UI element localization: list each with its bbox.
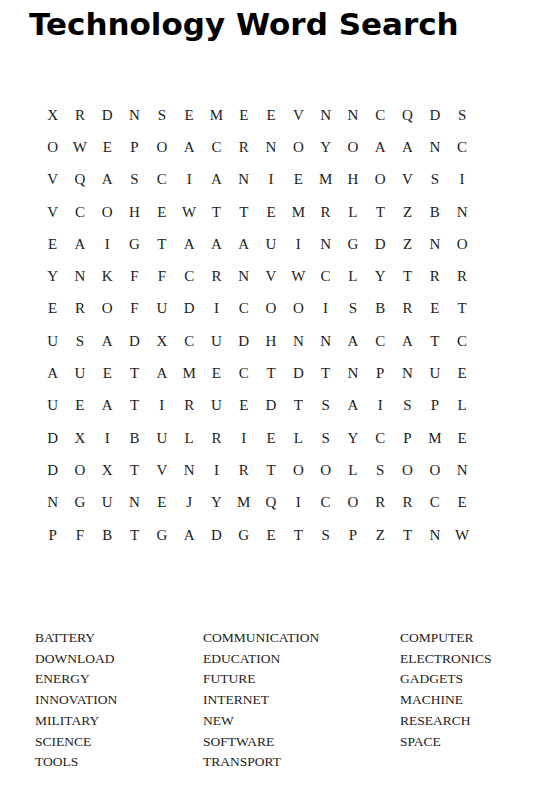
grid-cell-r7c11[interactable]: I bbox=[312, 293, 339, 325]
grid-cell-r13c16[interactable]: E bbox=[448, 487, 475, 519]
grid-cell-r7c7[interactable]: I bbox=[203, 293, 230, 325]
grid-cell-r6c13[interactable]: Y bbox=[367, 260, 394, 292]
grid-cell-r9c8[interactable]: C bbox=[230, 357, 257, 389]
grid-cell-r10c12[interactable]: A bbox=[339, 390, 366, 422]
grid-cell-r12c3[interactable]: X bbox=[94, 454, 121, 486]
grid-cell-r5c8[interactable]: A bbox=[230, 228, 257, 260]
grid-cell-r7c9[interactable]: O bbox=[257, 293, 284, 325]
grid-cell-r4c7[interactable]: T bbox=[203, 196, 230, 228]
grid-cell-r4c5[interactable]: E bbox=[148, 196, 175, 228]
grid-cell-r3c3[interactable]: A bbox=[94, 164, 121, 196]
grid-cell-r6c11[interactable]: C bbox=[312, 260, 339, 292]
grid-cell-r7c3[interactable]: O bbox=[94, 293, 121, 325]
grid-cell-r2c1[interactable]: O bbox=[39, 131, 66, 163]
grid-cell-r4c12[interactable]: L bbox=[339, 196, 366, 228]
grid-cell-r14c16[interactable]: W bbox=[448, 519, 475, 551]
grid-cell-r11c10[interactable]: L bbox=[285, 422, 312, 454]
word-item-gadgets: GADGETS bbox=[400, 669, 492, 690]
grid-cell-r8c16[interactable]: C bbox=[448, 325, 475, 357]
grid-cell-r12c10[interactable]: O bbox=[285, 454, 312, 486]
grid-cell-r13c7[interactable]: Y bbox=[203, 487, 230, 519]
grid-cell-r11c12[interactable]: Y bbox=[339, 422, 366, 454]
word-list: BATTERYDOWNLOADENERGYINNOVATIONMILITARYS… bbox=[0, 628, 553, 778]
grid-cell-r10c7[interactable]: U bbox=[203, 390, 230, 422]
grid-cell-r14c14[interactable]: T bbox=[394, 519, 421, 551]
grid-cell-r10c6[interactable]: R bbox=[175, 390, 202, 422]
grid-cell-r4c2[interactable]: C bbox=[66, 196, 93, 228]
grid-cell-r14c11[interactable]: S bbox=[312, 519, 339, 551]
grid-cell-r10c16[interactable]: L bbox=[448, 390, 475, 422]
grid-cell-r2c10[interactable]: O bbox=[285, 131, 312, 163]
grid-cell-r12c15[interactable]: O bbox=[421, 454, 448, 486]
grid-cell-r3c5[interactable]: C bbox=[148, 164, 175, 196]
grid-cell-r13c3[interactable]: U bbox=[94, 487, 121, 519]
grid-cell-r12c6[interactable]: N bbox=[175, 454, 202, 486]
grid-cell-r3c12[interactable]: H bbox=[339, 164, 366, 196]
grid-cell-r2c11[interactable]: Y bbox=[312, 131, 339, 163]
grid-cell-r11c1[interactable]: D bbox=[39, 422, 66, 454]
grid-cell-r11c11[interactable]: S bbox=[312, 422, 339, 454]
word-item-machine: MACHINE bbox=[400, 690, 492, 711]
grid-cell-r11c9[interactable]: E bbox=[257, 422, 284, 454]
grid-cell-r1c7[interactable]: M bbox=[203, 99, 230, 131]
grid-cell-r4c3[interactable]: O bbox=[94, 196, 121, 228]
page-title: Technology Word Search bbox=[29, 6, 459, 42]
grid-cell-r9c1[interactable]: A bbox=[39, 357, 66, 389]
grid-cell-r6c10[interactable]: W bbox=[285, 260, 312, 292]
grid-cell-r1c9[interactable]: E bbox=[257, 99, 284, 131]
grid-cell-r12c8[interactable]: R bbox=[230, 454, 257, 486]
grid-cell-r4c11[interactable]: R bbox=[312, 196, 339, 228]
grid-cell-r5c7[interactable]: A bbox=[203, 228, 230, 260]
grid-cell-r5c5[interactable]: T bbox=[148, 228, 175, 260]
grid-cell-r10c15[interactable]: P bbox=[421, 390, 448, 422]
grid-cell-r2c5[interactable]: O bbox=[148, 131, 175, 163]
grid-cell-r4c9[interactable]: E bbox=[257, 196, 284, 228]
grid-cell-r9c16[interactable]: E bbox=[448, 357, 475, 389]
grid-cell-r5c13[interactable]: D bbox=[367, 228, 394, 260]
grid-cell-r9c12[interactable]: N bbox=[339, 357, 366, 389]
grid-cell-r6c1[interactable]: Y bbox=[39, 260, 66, 292]
grid-cell-r2c6[interactable]: A bbox=[175, 131, 202, 163]
grid-cell-r1c1[interactable]: X bbox=[39, 99, 66, 131]
grid-cell-r2c4[interactable]: P bbox=[121, 131, 148, 163]
grid-cell-r7c5[interactable]: U bbox=[148, 293, 175, 325]
word-item-innovation: INNOVATION bbox=[35, 690, 117, 711]
word-item-military: MILITARY bbox=[35, 711, 117, 732]
grid-cell-r11c15[interactable]: M bbox=[421, 422, 448, 454]
grid-cell-r5c12[interactable]: G bbox=[339, 228, 366, 260]
grid-cell-r5c14[interactable]: Z bbox=[394, 228, 421, 260]
grid-cell-r12c13[interactable]: S bbox=[367, 454, 394, 486]
grid-cell-r5c6[interactable]: A bbox=[175, 228, 202, 260]
grid-cell-r13c12[interactable]: O bbox=[339, 487, 366, 519]
grid-cell-r8c13[interactable]: C bbox=[367, 325, 394, 357]
grid-cell-r10c11[interactable]: S bbox=[312, 390, 339, 422]
grid-cell-r11c8[interactable]: I bbox=[230, 422, 257, 454]
grid-cell-r1c10[interactable]: V bbox=[285, 99, 312, 131]
grid-cell-r3c7[interactable]: A bbox=[203, 164, 230, 196]
grid-cell-r3c13[interactable]: O bbox=[367, 164, 394, 196]
grid-cell-r11c3[interactable]: I bbox=[94, 422, 121, 454]
grid-cell-r9c4[interactable]: T bbox=[121, 357, 148, 389]
grid-cell-r2c15[interactable]: N bbox=[421, 131, 448, 163]
grid-cell-r5c16[interactable]: O bbox=[448, 228, 475, 260]
grid-cell-r11c16[interactable]: E bbox=[448, 422, 475, 454]
grid-cell-r8c3[interactable]: A bbox=[94, 325, 121, 357]
grid-cell-r4c15[interactable]: B bbox=[421, 196, 448, 228]
grid-cell-r12c5[interactable]: V bbox=[148, 454, 175, 486]
word-item-new: NEW bbox=[203, 711, 319, 732]
grid-cell-r6c9[interactable]: V bbox=[257, 260, 284, 292]
word-list-column-3: COMPUTERELECTRONICSGADGETSMACHINERESEARC… bbox=[400, 628, 492, 752]
grid-cell-r1c13[interactable]: C bbox=[367, 99, 394, 131]
grid-cell-r11c7[interactable]: R bbox=[203, 422, 230, 454]
grid-cell-r9c3[interactable]: E bbox=[94, 357, 121, 389]
grid-cell-r1c12[interactable]: N bbox=[339, 99, 366, 131]
grid-cell-r9c7[interactable]: E bbox=[203, 357, 230, 389]
word-item-transport: TRANSPORT bbox=[203, 752, 319, 773]
grid-cell-r14c9[interactable]: E bbox=[257, 519, 284, 551]
grid-cell-r14c10[interactable]: T bbox=[285, 519, 312, 551]
grid-cell-r6c2[interactable]: N bbox=[66, 260, 93, 292]
grid-cell-r4c10[interactable]: M bbox=[285, 196, 312, 228]
grid-cell-r2c7[interactable]: C bbox=[203, 131, 230, 163]
grid-cell-r10c13[interactable]: I bbox=[367, 390, 394, 422]
grid-cell-r11c4[interactable]: B bbox=[121, 422, 148, 454]
grid-cell-r10c1[interactable]: U bbox=[39, 390, 66, 422]
grid-cell-r10c4[interactable]: T bbox=[121, 390, 148, 422]
grid-cell-r1c5[interactable]: S bbox=[148, 99, 175, 131]
word-item-internet: INTERNET bbox=[203, 690, 319, 711]
grid-cell-r7c16[interactable]: T bbox=[448, 293, 475, 325]
grid-cell-r5c1[interactable]: E bbox=[39, 228, 66, 260]
grid-cell-r4c4[interactable]: H bbox=[121, 196, 148, 228]
grid-cell-r7c15[interactable]: E bbox=[421, 293, 448, 325]
grid-cell-r13c2[interactable]: G bbox=[66, 487, 93, 519]
grid-cell-r12c16[interactable]: N bbox=[448, 454, 475, 486]
grid-cell-r1c4[interactable]: N bbox=[121, 99, 148, 131]
grid-cell-r1c2[interactable]: R bbox=[66, 99, 93, 131]
grid-cell-r3c8[interactable]: N bbox=[230, 164, 257, 196]
word-item-communication: COMMUNICATION bbox=[203, 628, 319, 649]
grid-cell-r7c4[interactable]: F bbox=[121, 293, 148, 325]
word-item-battery: BATTERY bbox=[35, 628, 117, 649]
grid-cell-r14c8[interactable]: G bbox=[230, 519, 257, 551]
grid-cell-r12c2[interactable]: O bbox=[66, 454, 93, 486]
grid-cell-r8c6[interactable]: C bbox=[175, 325, 202, 357]
grid-cell-r9c2[interactable]: U bbox=[66, 357, 93, 389]
grid-cell-r14c4[interactable]: T bbox=[121, 519, 148, 551]
grid-cell-r10c9[interactable]: D bbox=[257, 390, 284, 422]
word-item-science: SCIENCE bbox=[35, 732, 117, 753]
grid-cell-r9c10[interactable]: D bbox=[285, 357, 312, 389]
grid-cell-r3c14[interactable]: V bbox=[394, 164, 421, 196]
letter-grid: XRDNSEMEEVNNCQDSOWEPOACRNOYOAANCVQASCIAN… bbox=[39, 99, 476, 551]
grid-cell-r5c15[interactable]: N bbox=[421, 228, 448, 260]
grid-cell-r2c2[interactable]: W bbox=[66, 131, 93, 163]
grid-cell-r7c6[interactable]: D bbox=[175, 293, 202, 325]
grid-cell-r4c16[interactable]: N bbox=[448, 196, 475, 228]
grid-cell-r3c10[interactable]: E bbox=[285, 164, 312, 196]
grid-cell-r14c3[interactable]: B bbox=[94, 519, 121, 551]
grid-cell-r8c8[interactable]: D bbox=[230, 325, 257, 357]
grid-cell-r4c8[interactable]: T bbox=[230, 196, 257, 228]
grid-cell-r9c14[interactable]: N bbox=[394, 357, 421, 389]
grid-cell-r12c14[interactable]: O bbox=[394, 454, 421, 486]
grid-cell-r5c9[interactable]: U bbox=[257, 228, 284, 260]
grid-cell-r12c9[interactable]: T bbox=[257, 454, 284, 486]
grid-cell-r8c12[interactable]: A bbox=[339, 325, 366, 357]
grid-cell-r14c15[interactable]: N bbox=[421, 519, 448, 551]
grid-cell-r14c13[interactable]: Z bbox=[367, 519, 394, 551]
grid-cell-r6c6[interactable]: C bbox=[175, 260, 202, 292]
grid-cell-r13c9[interactable]: Q bbox=[257, 487, 284, 519]
grid-cell-r5c4[interactable]: G bbox=[121, 228, 148, 260]
grid-cell-r2c16[interactable]: C bbox=[448, 131, 475, 163]
grid-cell-r5c10[interactable]: I bbox=[285, 228, 312, 260]
grid-cell-r12c7[interactable]: I bbox=[203, 454, 230, 486]
word-item-computer: COMPUTER bbox=[400, 628, 492, 649]
grid-cell-r14c2[interactable]: F bbox=[66, 519, 93, 551]
grid-cell-r13c6[interactable]: J bbox=[175, 487, 202, 519]
grid-cell-r10c8[interactable]: E bbox=[230, 390, 257, 422]
grid-cell-r10c3[interactable]: A bbox=[94, 390, 121, 422]
word-item-energy: ENERGY bbox=[35, 669, 117, 690]
grid-cell-r13c4[interactable]: N bbox=[121, 487, 148, 519]
grid-cell-r11c2[interactable]: X bbox=[66, 422, 93, 454]
grid-cell-r6c8[interactable]: N bbox=[230, 260, 257, 292]
grid-cell-r6c15[interactable]: R bbox=[421, 260, 448, 292]
word-item-research: RESEARCH bbox=[400, 711, 492, 732]
grid-cell-r8c11[interactable]: N bbox=[312, 325, 339, 357]
grid-cell-r9c9[interactable]: T bbox=[257, 357, 284, 389]
grid-cell-r7c12[interactable]: S bbox=[339, 293, 366, 325]
grid-cell-r7c8[interactable]: C bbox=[230, 293, 257, 325]
grid-cell-r8c7[interactable]: U bbox=[203, 325, 230, 357]
grid-cell-r14c12[interactable]: P bbox=[339, 519, 366, 551]
grid-cell-r5c3[interactable]: I bbox=[94, 228, 121, 260]
grid-cell-r14c6[interactable]: A bbox=[175, 519, 202, 551]
grid-cell-r6c12[interactable]: L bbox=[339, 260, 366, 292]
grid-cell-r1c15[interactable]: D bbox=[421, 99, 448, 131]
grid-cell-r12c4[interactable]: T bbox=[121, 454, 148, 486]
grid-cell-r7c2[interactable]: R bbox=[66, 293, 93, 325]
grid-cell-r1c8[interactable]: E bbox=[230, 99, 257, 131]
grid-cell-r3c11[interactable]: M bbox=[312, 164, 339, 196]
word-item-future: FUTURE bbox=[203, 669, 319, 690]
grid-cell-r13c13[interactable]: R bbox=[367, 487, 394, 519]
grid-cell-r7c1[interactable]: E bbox=[39, 293, 66, 325]
grid-cell-r1c3[interactable]: D bbox=[94, 99, 121, 131]
grid-cell-r10c14[interactable]: S bbox=[394, 390, 421, 422]
grid-cell-r9c11[interactable]: T bbox=[312, 357, 339, 389]
grid-cell-r1c11[interactable]: N bbox=[312, 99, 339, 131]
grid-cell-r4c1[interactable]: V bbox=[39, 196, 66, 228]
grid-cell-r3c16[interactable]: I bbox=[448, 164, 475, 196]
grid-cell-r8c9[interactable]: H bbox=[257, 325, 284, 357]
word-list-column-1: BATTERYDOWNLOADENERGYINNOVATIONMILITARYS… bbox=[35, 628, 117, 773]
grid-cell-r11c5[interactable]: U bbox=[148, 422, 175, 454]
grid-cell-r3c2[interactable]: Q bbox=[66, 164, 93, 196]
grid-cell-r3c6[interactable]: I bbox=[175, 164, 202, 196]
word-item-tools: TOOLS bbox=[35, 752, 117, 773]
grid-cell-r10c2[interactable]: E bbox=[66, 390, 93, 422]
grid-cell-r8c2[interactable]: S bbox=[66, 325, 93, 357]
grid-cell-r13c8[interactable]: M bbox=[230, 487, 257, 519]
grid-cell-r11c13[interactable]: C bbox=[367, 422, 394, 454]
grid-cell-r2c9[interactable]: N bbox=[257, 131, 284, 163]
grid-cell-r5c11[interactable]: N bbox=[312, 228, 339, 260]
grid-cell-r3c1[interactable]: V bbox=[39, 164, 66, 196]
grid-cell-r3c4[interactable]: S bbox=[121, 164, 148, 196]
grid-cell-r4c14[interactable]: Z bbox=[394, 196, 421, 228]
grid-cell-r12c1[interactable]: D bbox=[39, 454, 66, 486]
word-item-space: SPACE bbox=[400, 732, 492, 753]
grid-cell-r13c14[interactable]: R bbox=[394, 487, 421, 519]
grid-cell-r1c6[interactable]: E bbox=[175, 99, 202, 131]
grid-cell-r4c6[interactable]: W bbox=[175, 196, 202, 228]
grid-cell-r3c9[interactable]: I bbox=[257, 164, 284, 196]
grid-cell-r13c5[interactable]: E bbox=[148, 487, 175, 519]
grid-cell-r10c5[interactable]: I bbox=[148, 390, 175, 422]
grid-cell-r6c3[interactable]: K bbox=[94, 260, 121, 292]
grid-cell-r13c10[interactable]: I bbox=[285, 487, 312, 519]
grid-cell-r2c3[interactable]: E bbox=[94, 131, 121, 163]
grid-cell-r13c11[interactable]: C bbox=[312, 487, 339, 519]
grid-cell-r1c14[interactable]: Q bbox=[394, 99, 421, 131]
grid-cell-r13c1[interactable]: N bbox=[39, 487, 66, 519]
grid-cell-r8c10[interactable]: N bbox=[285, 325, 312, 357]
grid-cell-r12c11[interactable]: O bbox=[312, 454, 339, 486]
grid-cell-r1c16[interactable]: S bbox=[448, 99, 475, 131]
grid-cell-r9c6[interactable]: M bbox=[175, 357, 202, 389]
grid-cell-r7c13[interactable]: B bbox=[367, 293, 394, 325]
grid-cell-r8c14[interactable]: A bbox=[394, 325, 421, 357]
word-item-download: DOWNLOAD bbox=[35, 649, 117, 670]
grid-cell-r13c15[interactable]: C bbox=[421, 487, 448, 519]
grid-cell-r11c6[interactable]: L bbox=[175, 422, 202, 454]
word-item-education: EDUCATION bbox=[203, 649, 319, 670]
grid-cell-r6c5[interactable]: F bbox=[148, 260, 175, 292]
grid-cell-r3c15[interactable]: S bbox=[421, 164, 448, 196]
word-item-software: SOFTWARE bbox=[203, 732, 319, 753]
grid-cell-r14c7[interactable]: D bbox=[203, 519, 230, 551]
grid-cell-r8c15[interactable]: T bbox=[421, 325, 448, 357]
grid-cell-r14c5[interactable]: G bbox=[148, 519, 175, 551]
grid-cell-r12c12[interactable]: L bbox=[339, 454, 366, 486]
grid-cell-r5c2[interactable]: A bbox=[66, 228, 93, 260]
grid-cell-r7c14[interactable]: R bbox=[394, 293, 421, 325]
word-search-page: Technology Word Search XRDNSEMEEVNNCQDSO… bbox=[0, 0, 553, 800]
grid-cell-r6c16[interactable]: R bbox=[448, 260, 475, 292]
grid-cell-r4c13[interactable]: T bbox=[367, 196, 394, 228]
grid-cell-r2c14[interactable]: A bbox=[394, 131, 421, 163]
grid-cell-r8c5[interactable]: X bbox=[148, 325, 175, 357]
grid-cell-r2c12[interactable]: O bbox=[339, 131, 366, 163]
grid-cell-r7c10[interactable]: O bbox=[285, 293, 312, 325]
grid-cell-r11c14[interactable]: P bbox=[394, 422, 421, 454]
grid-cell-r9c13[interactable]: P bbox=[367, 357, 394, 389]
grid-cell-r14c1[interactable]: P bbox=[39, 519, 66, 551]
grid-cell-r8c4[interactable]: D bbox=[121, 325, 148, 357]
grid-cell-r9c15[interactable]: U bbox=[421, 357, 448, 389]
word-list-column-2: COMMUNICATIONEDUCATIONFUTUREINTERNETNEWS… bbox=[203, 628, 319, 773]
grid-cell-r2c8[interactable]: R bbox=[230, 131, 257, 163]
grid-cell-r6c4[interactable]: F bbox=[121, 260, 148, 292]
grid-cell-r6c7[interactable]: R bbox=[203, 260, 230, 292]
grid-cell-r6c14[interactable]: T bbox=[394, 260, 421, 292]
grid-cell-r10c10[interactable]: T bbox=[285, 390, 312, 422]
grid-cell-r2c13[interactable]: A bbox=[367, 131, 394, 163]
grid-cell-r9c5[interactable]: A bbox=[148, 357, 175, 389]
grid-cell-r8c1[interactable]: U bbox=[39, 325, 66, 357]
word-item-electronics: ELECTRONICS bbox=[400, 649, 492, 670]
